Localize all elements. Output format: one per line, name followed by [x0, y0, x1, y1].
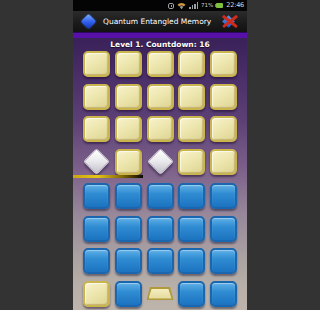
cream-card-back [83, 116, 110, 142]
cream-card-back [115, 84, 142, 110]
cream-card-back [178, 149, 205, 175]
card-cell-r1c2[interactable] [115, 51, 142, 77]
blue-card-back [178, 281, 205, 307]
card-cell-r8c5[interactable] [210, 281, 237, 307]
card-cell-r2c3[interactable] [147, 84, 174, 110]
status-time: 22:46 [226, 2, 244, 9]
blue-card-back [147, 183, 174, 209]
card-cell-r6c1[interactable] [83, 216, 110, 242]
cream-card-back [83, 84, 110, 110]
cream-card-back [147, 116, 174, 142]
card-cell-r8c3[interactable] [147, 281, 174, 307]
card-cell-r4c4[interactable] [178, 149, 205, 175]
cream-card-back [210, 116, 237, 142]
card-cell-r6c2[interactable] [115, 216, 142, 242]
cream-card-back [178, 84, 205, 110]
card-cell-r5c5[interactable] [210, 183, 237, 209]
card-cell-r3c5[interactable] [210, 116, 237, 142]
battery-percent: 71% [201, 3, 213, 9]
card-cell-r1c4[interactable] [178, 51, 205, 77]
card-cell-r4c5[interactable] [210, 149, 237, 175]
card-cell-r8c2[interactable] [115, 281, 142, 307]
card-cell-r8c1[interactable] [83, 281, 110, 307]
signal-bars-icon [189, 2, 198, 9]
cream-card-back [115, 149, 142, 175]
cream-card-back [210, 149, 237, 175]
card-cell-r6c5[interactable] [210, 216, 237, 242]
bottom-board [73, 183, 247, 307]
card-cell-r4c3[interactable] [147, 149, 174, 175]
cream-card-back [83, 281, 110, 307]
game-board-background: Level 1. Countdown: 16 [73, 38, 247, 310]
card-cell-r5c4[interactable] [178, 183, 205, 209]
card-cell-r5c2[interactable] [115, 183, 142, 209]
card-cell-r8c4[interactable] [178, 281, 205, 307]
blue-card-back [115, 216, 142, 242]
cream-card-back [115, 116, 142, 142]
title-bar: Quantum Entangled Memory [73, 11, 247, 32]
cream-card-back [147, 84, 174, 110]
top-board [73, 51, 247, 175]
level-countdown-text: Level 1. Countdown: 16 [73, 40, 247, 49]
card-cell-r5c3[interactable] [147, 183, 174, 209]
blue-card-back [115, 281, 142, 307]
blue-card-back [83, 248, 110, 274]
blue-card-back [115, 248, 142, 274]
wifi-icon [177, 2, 186, 10]
blue-card-back [210, 183, 237, 209]
blue-card-back [115, 183, 142, 209]
blue-card-back [178, 216, 205, 242]
card-cell-r4c1[interactable] [83, 149, 110, 175]
blue-card-back [83, 183, 110, 209]
quit-button[interactable] [219, 13, 241, 30]
status-bar: 71% 22:46 [73, 0, 247, 11]
card-cell-r7c5[interactable] [210, 248, 237, 274]
blue-card-back [147, 216, 174, 242]
battery-icon [216, 3, 223, 8]
cream-card-back [83, 51, 110, 77]
card-cell-r6c3[interactable] [147, 216, 174, 242]
card-cell-r5c1[interactable] [83, 183, 110, 209]
blue-card-back [210, 248, 237, 274]
card-cell-r2c2[interactable] [115, 84, 142, 110]
blue-card-back [147, 248, 174, 274]
cream-card-back [210, 84, 237, 110]
card-cell-r2c5[interactable] [210, 84, 237, 110]
revealed-diamond-card [83, 148, 110, 175]
card-cell-r1c3[interactable] [147, 51, 174, 77]
card-cell-r7c3[interactable] [147, 248, 174, 274]
cream-card-back [210, 51, 237, 77]
blue-card-back [210, 281, 237, 307]
cream-card-back [147, 51, 174, 77]
countdown-timer-bar [73, 175, 143, 178]
cream-card-back [178, 116, 205, 142]
card-cell-r4c2[interactable] [115, 149, 142, 175]
cream-card-back [178, 51, 205, 77]
card-cell-r7c2[interactable] [115, 248, 142, 274]
app-title: Quantum Entangled Memory [103, 17, 219, 26]
card-cell-r3c1[interactable] [83, 116, 110, 142]
app-diamond-icon [81, 14, 97, 30]
phone-screen: 71% 22:46 Quantum Entangled Memory Level… [73, 0, 247, 310]
card-cell-r7c4[interactable] [178, 248, 205, 274]
card-cell-r1c1[interactable] [83, 51, 110, 77]
blue-card-back [83, 216, 110, 242]
card-cell-r3c2[interactable] [115, 116, 142, 142]
card-cell-r3c3[interactable] [147, 116, 174, 142]
blue-card-back [178, 183, 205, 209]
card-cell-r2c4[interactable] [178, 84, 205, 110]
card-cell-r2c1[interactable] [83, 84, 110, 110]
card-cell-r6c4[interactable] [178, 216, 205, 242]
flipping-card-face [149, 289, 172, 299]
card-cell-r3c4[interactable] [178, 116, 205, 142]
cream-card-back [115, 51, 142, 77]
card-cell-r1c5[interactable] [210, 51, 237, 77]
blue-card-back [178, 248, 205, 274]
revealed-diamond-card [147, 148, 174, 175]
card-cell-r7c1[interactable] [83, 248, 110, 274]
alarm-icon [168, 3, 174, 9]
blue-card-back [210, 216, 237, 242]
